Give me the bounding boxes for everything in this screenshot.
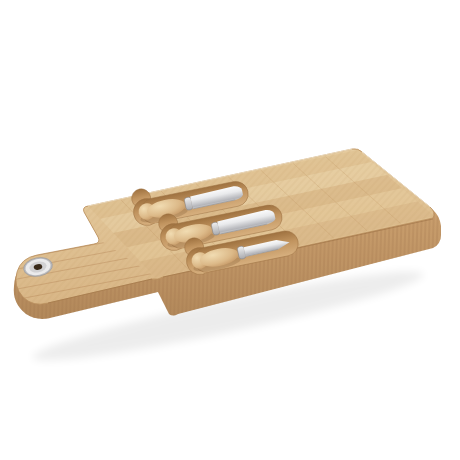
product-photo xyxy=(0,0,460,460)
cheese-board-photo xyxy=(0,0,460,460)
